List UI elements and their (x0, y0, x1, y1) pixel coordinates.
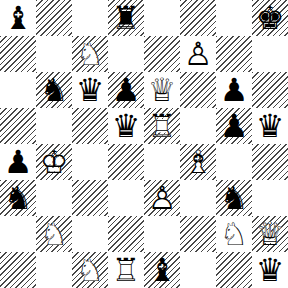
square-c8[interactable] (72, 0, 108, 36)
square-d4[interactable] (108, 144, 144, 180)
white-pawn-icon: ♙ (180, 36, 216, 72)
square-e1[interactable]: ♝ (144, 252, 180, 288)
square-a5[interactable] (0, 108, 36, 144)
square-d2[interactable] (108, 216, 144, 252)
white-bishop-piece: ♝♗ (180, 144, 216, 180)
square-f1[interactable] (180, 252, 216, 288)
square-g7[interactable] (216, 36, 252, 72)
square-e7[interactable] (144, 36, 180, 72)
black-king-icon: ♚ (252, 0, 288, 36)
square-f3[interactable] (180, 180, 216, 216)
black-rook-icon: ♜ (108, 0, 144, 36)
square-d5[interactable]: ♛ (108, 108, 144, 144)
black-knight-icon: ♞ (36, 72, 72, 108)
black-pawn-icon: ♟ (216, 108, 252, 144)
square-a8[interactable]: ♝ (0, 0, 36, 36)
square-e5[interactable]: ♜♖ (144, 108, 180, 144)
square-e6[interactable]: ♛♕ (144, 72, 180, 108)
chess-diagram: ♝♜♚♞♘♟♙♞♛♟♛♕♟♛♜♖♟♛♟♚♔♝♗♞♟♙♞♞♘♞♘♛♕♞♘♜♖♝♛ (0, 0, 288, 288)
black-knight-piece: ♞ (36, 72, 72, 108)
square-b4[interactable]: ♚♔ (36, 144, 72, 180)
square-g3[interactable]: ♞ (216, 180, 252, 216)
white-queen-icon: ♕ (252, 216, 288, 252)
square-g2[interactable]: ♞♘ (216, 216, 252, 252)
square-d3[interactable] (108, 180, 144, 216)
white-knight-piece: ♞♘ (72, 252, 108, 288)
black-queen-piece: ♛ (72, 72, 108, 108)
square-h5[interactable]: ♛ (252, 108, 288, 144)
square-a4[interactable]: ♟ (0, 144, 36, 180)
black-pawn-icon: ♟ (0, 144, 36, 180)
white-pawn-icon: ♙ (144, 180, 180, 216)
square-c7[interactable]: ♞♘ (72, 36, 108, 72)
square-e2[interactable] (144, 216, 180, 252)
square-h3[interactable] (252, 180, 288, 216)
square-g4[interactable] (216, 144, 252, 180)
white-knight-icon: ♘ (72, 252, 108, 288)
black-queen-icon: ♛ (252, 108, 288, 144)
black-bishop-icon: ♝ (0, 0, 36, 36)
square-d8[interactable]: ♜ (108, 0, 144, 36)
square-h4[interactable] (252, 144, 288, 180)
white-queen-icon: ♕ (144, 72, 180, 108)
square-h6[interactable] (252, 72, 288, 108)
square-g5[interactable]: ♟ (216, 108, 252, 144)
square-e8[interactable] (144, 0, 180, 36)
square-g8[interactable] (216, 0, 252, 36)
square-f6[interactable] (180, 72, 216, 108)
square-a3[interactable]: ♞ (0, 180, 36, 216)
square-f5[interactable] (180, 108, 216, 144)
white-bishop-icon: ♗ (180, 144, 216, 180)
white-knight-icon: ♘ (216, 216, 252, 252)
square-d1[interactable]: ♜♖ (108, 252, 144, 288)
black-pawn-icon: ♟ (108, 72, 144, 108)
square-d6[interactable]: ♟ (108, 72, 144, 108)
black-knight-icon: ♞ (0, 180, 36, 216)
black-queen-icon: ♛ (108, 108, 144, 144)
black-pawn-piece: ♟ (216, 108, 252, 144)
white-rook-piece: ♜♖ (108, 252, 144, 288)
white-pawn-piece: ♟♙ (180, 36, 216, 72)
square-g6[interactable]: ♟ (216, 72, 252, 108)
square-h8[interactable]: ♚ (252, 0, 288, 36)
white-king-piece: ♚♔ (36, 144, 72, 180)
square-b7[interactable] (36, 36, 72, 72)
square-b2[interactable]: ♞♘ (36, 216, 72, 252)
white-knight-icon: ♘ (72, 36, 108, 72)
square-a1[interactable] (0, 252, 36, 288)
square-e4[interactable] (144, 144, 180, 180)
square-h2[interactable]: ♛♕ (252, 216, 288, 252)
black-queen-piece: ♛ (108, 108, 144, 144)
black-queen-piece: ♛ (252, 108, 288, 144)
white-knight-piece: ♞♘ (72, 36, 108, 72)
square-b1[interactable] (36, 252, 72, 288)
black-queen-piece: ♛ (252, 252, 288, 288)
black-knight-piece: ♞ (0, 180, 36, 216)
square-f7[interactable]: ♟♙ (180, 36, 216, 72)
square-d7[interactable] (108, 36, 144, 72)
square-h7[interactable] (252, 36, 288, 72)
black-rook-piece: ♜ (108, 0, 144, 36)
white-knight-icon: ♘ (36, 216, 72, 252)
square-f8[interactable] (180, 0, 216, 36)
white-rook-icon: ♖ (144, 108, 180, 144)
white-knight-piece: ♞♘ (216, 216, 252, 252)
square-c5[interactable] (72, 108, 108, 144)
black-bishop-icon: ♝ (144, 252, 180, 288)
black-bishop-piece: ♝ (144, 252, 180, 288)
black-queen-icon: ♛ (72, 72, 108, 108)
white-rook-icon: ♖ (108, 252, 144, 288)
square-b3[interactable] (36, 180, 72, 216)
black-knight-piece: ♞ (216, 180, 252, 216)
square-a2[interactable] (0, 216, 36, 252)
square-g1[interactable] (216, 252, 252, 288)
white-pawn-piece: ♟♙ (144, 180, 180, 216)
white-knight-piece: ♞♘ (36, 216, 72, 252)
square-f2[interactable] (180, 216, 216, 252)
black-pawn-piece: ♟ (108, 72, 144, 108)
square-a7[interactable] (0, 36, 36, 72)
white-queen-piece: ♛♕ (252, 216, 288, 252)
black-bishop-piece: ♝ (0, 0, 36, 36)
square-a6[interactable] (0, 72, 36, 108)
square-f4[interactable]: ♝♗ (180, 144, 216, 180)
square-c6[interactable]: ♛ (72, 72, 108, 108)
chess-board: ♝♜♚♞♘♟♙♞♛♟♛♕♟♛♜♖♟♛♟♚♔♝♗♞♟♙♞♞♘♞♘♛♕♞♘♜♖♝♛ (0, 0, 288, 288)
black-king-piece: ♚ (252, 0, 288, 36)
black-pawn-piece: ♟ (216, 72, 252, 108)
square-c4[interactable] (72, 144, 108, 180)
square-e3[interactable]: ♟♙ (144, 180, 180, 216)
square-b8[interactable] (36, 0, 72, 36)
square-c2[interactable] (72, 216, 108, 252)
black-pawn-icon: ♟ (216, 72, 252, 108)
black-pawn-piece: ♟ (0, 144, 36, 180)
square-h1[interactable]: ♛ (252, 252, 288, 288)
black-knight-icon: ♞ (216, 180, 252, 216)
square-c3[interactable] (72, 180, 108, 216)
square-b6[interactable]: ♞ (36, 72, 72, 108)
square-b5[interactable] (36, 108, 72, 144)
white-rook-piece: ♜♖ (144, 108, 180, 144)
square-c1[interactable]: ♞♘ (72, 252, 108, 288)
black-queen-icon: ♛ (252, 252, 288, 288)
white-queen-piece: ♛♕ (144, 72, 180, 108)
white-king-icon: ♔ (36, 144, 72, 180)
